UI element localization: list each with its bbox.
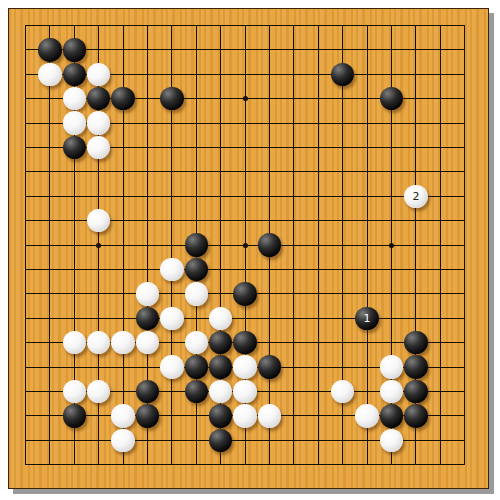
black-stone (136, 404, 159, 427)
black-stone (63, 63, 86, 86)
black-stone (380, 404, 403, 427)
star-point (243, 243, 248, 248)
page-background: 21 (0, 0, 500, 500)
white-stone (258, 404, 281, 427)
black-stone (63, 404, 86, 427)
white-stone (111, 429, 134, 452)
star-point (389, 243, 394, 248)
black-stone (160, 87, 183, 110)
white-stone (87, 136, 110, 159)
white-stone (136, 331, 159, 354)
grid-line-horizontal (25, 318, 465, 319)
star-point (243, 96, 248, 101)
black-stone (258, 233, 281, 256)
black-stone (87, 87, 110, 110)
white-stone (136, 282, 159, 305)
black-stone (404, 355, 427, 378)
white-stone (233, 355, 256, 378)
black-stone (209, 404, 232, 427)
white-stone: 2 (404, 185, 427, 208)
move-number-label: 2 (412, 191, 419, 202)
black-stone (233, 331, 256, 354)
white-stone (87, 380, 110, 403)
white-stone (160, 307, 183, 330)
white-stone (111, 404, 134, 427)
black-stone (258, 355, 281, 378)
grid-line-vertical (318, 25, 319, 465)
white-stone (111, 331, 134, 354)
black-stone (185, 380, 208, 403)
grid-line-vertical (367, 25, 368, 465)
white-stone (38, 63, 61, 86)
white-stone (233, 380, 256, 403)
white-stone (209, 380, 232, 403)
black-stone (380, 87, 403, 110)
white-stone (160, 355, 183, 378)
go-board[interactable]: 21 (8, 8, 489, 489)
black-stone: 1 (355, 307, 378, 330)
grid-line-vertical (440, 25, 441, 465)
white-stone (63, 111, 86, 134)
black-stone (136, 380, 159, 403)
white-stone (87, 63, 110, 86)
grid-line-vertical (464, 25, 465, 465)
white-stone (63, 87, 86, 110)
grid-line-horizontal (25, 464, 465, 465)
black-stone (233, 282, 256, 305)
white-stone (380, 429, 403, 452)
black-stone (63, 38, 86, 61)
white-stone (209, 307, 232, 330)
white-stone (380, 355, 403, 378)
black-stone (185, 233, 208, 256)
white-stone (87, 331, 110, 354)
black-stone (185, 258, 208, 281)
white-stone (87, 209, 110, 232)
white-stone (63, 380, 86, 403)
white-stone (380, 380, 403, 403)
black-stone (185, 355, 208, 378)
black-stone (209, 355, 232, 378)
white-stone (331, 380, 354, 403)
black-stone (111, 87, 134, 110)
star-point (96, 243, 101, 248)
white-stone (160, 258, 183, 281)
black-stone (209, 331, 232, 354)
grid-line-vertical (293, 25, 294, 465)
black-stone (404, 331, 427, 354)
black-stone (404, 404, 427, 427)
grid-line-horizontal (25, 269, 465, 270)
white-stone (185, 331, 208, 354)
black-stone (331, 63, 354, 86)
move-number-label: 1 (364, 313, 371, 324)
white-stone (185, 282, 208, 305)
black-stone (136, 307, 159, 330)
black-stone (209, 429, 232, 452)
white-stone (233, 404, 256, 427)
black-stone (63, 136, 86, 159)
white-stone (63, 331, 86, 354)
black-stone (38, 38, 61, 61)
white-stone (87, 111, 110, 134)
black-stone (404, 380, 427, 403)
white-stone (355, 404, 378, 427)
